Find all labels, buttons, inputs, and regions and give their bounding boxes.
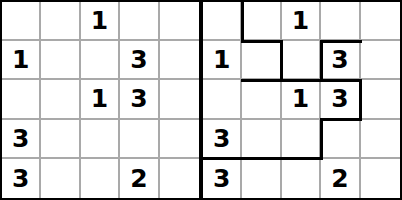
cell-r4-c3: [282, 120, 321, 159]
solution-wall-v-row3-line4: [359, 79, 362, 121]
cell-r3-c1: [203, 80, 242, 119]
cell-r5-c5: [160, 159, 199, 198]
cell-r4-c5: [160, 120, 199, 159]
solution-wall-h-line4-col1: [202, 157, 244, 160]
cell-r4-c1: 3: [2, 120, 41, 159]
solution-wall-v-row2-line3: [320, 40, 323, 82]
cell-r4-c5: [361, 120, 400, 159]
cell-r4-c4: [321, 120, 360, 159]
cell-r2-c4: 3: [321, 41, 360, 80]
cell-r1-c5: [160, 2, 199, 41]
cell-r5-c3: [282, 159, 321, 198]
cell-r1-c4: [120, 2, 159, 41]
cell-r5-c1: 3: [203, 159, 242, 198]
cell-r2-c4: 3: [120, 41, 159, 80]
solution-wall-h-line4-col2: [241, 157, 283, 160]
solution-wall-v-row1-line1: [241, 1, 244, 43]
cell-r3-c5: [361, 80, 400, 119]
solution-wall-v-row2-line2: [280, 40, 283, 82]
cell-r4-c1: 3: [203, 120, 242, 159]
solution-wall-h-line4-col3: [280, 157, 322, 160]
solution-wall-v-row4-line3: [320, 118, 323, 160]
cell-r5-c2: [41, 159, 80, 198]
solution-wall-h-line1-col4: [320, 40, 362, 43]
cell-r2-c1: 1: [203, 41, 242, 80]
solution-grid-panel: 11313332: [201, 0, 402, 200]
cell-r3-c3: 1: [81, 80, 120, 119]
solution-wall-h-line2-col4: [320, 79, 362, 82]
cell-r2-c3: [81, 41, 120, 80]
cell-r4-c4: [120, 120, 159, 159]
cell-r3-c1: [2, 80, 41, 119]
cell-r1-c3: 1: [282, 2, 321, 41]
cell-r3-c3: 1: [282, 80, 321, 119]
cell-r3-c2: [242, 80, 281, 119]
cell-r4-c2: [41, 120, 80, 159]
cell-r1-c1: [2, 2, 41, 41]
cell-r4-c2: [242, 120, 281, 159]
cell-r4-c3: [81, 120, 120, 159]
cell-r2-c5: [361, 41, 400, 80]
cell-r1-c5: [361, 2, 400, 41]
cell-r5-c4: 2: [321, 159, 360, 198]
solution-wall-h-line1-col2: [241, 40, 283, 43]
cell-r1-c2: [41, 2, 80, 41]
cell-r3-c2: [41, 80, 80, 119]
cell-r2-c2: [41, 41, 80, 80]
solution-wall-h-line3-col4: [320, 118, 362, 121]
puzzle-pair: 11313332 11313332: [0, 0, 402, 200]
cell-r2-c3: [282, 41, 321, 80]
cell-r5-c3: [81, 159, 120, 198]
cell-r2-c1: 1: [2, 41, 41, 80]
cell-r2-c5: [160, 41, 199, 80]
cell-r3-c4: 3: [120, 80, 159, 119]
cell-r5-c2: [242, 159, 281, 198]
puzzle-grid-panel: 11313332: [0, 0, 201, 200]
cell-r5-c5: [361, 159, 400, 198]
cell-r1-c1: [203, 2, 242, 41]
solution-wall-h-line2-col2: [241, 79, 283, 82]
cell-r1-c2: [242, 2, 281, 41]
cell-r1-c3: 1: [81, 2, 120, 41]
cell-r3-c5: [160, 80, 199, 119]
solution-wall-h-line2-col3: [280, 79, 322, 82]
cell-r5-c4: 2: [120, 159, 159, 198]
cell-r2-c2: [242, 41, 281, 80]
cell-r1-c4: [321, 2, 360, 41]
cell-r5-c1: 3: [2, 159, 41, 198]
cell-r3-c4: 3: [321, 80, 360, 119]
